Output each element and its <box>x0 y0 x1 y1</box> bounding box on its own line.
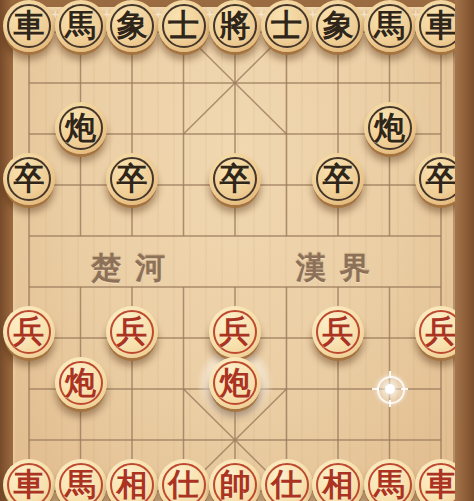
piece-red-cannon[interactable]: 炮 <box>55 357 107 409</box>
piece-glyph: 卒 <box>117 163 148 194</box>
piece-glyph: 兵 <box>220 316 251 347</box>
piece-red-horse[interactable]: 馬 <box>55 459 107 501</box>
piece-glyph: 車 <box>14 469 45 500</box>
piece-glyph: 炮 <box>374 112 405 143</box>
piece-glyph: 士 <box>168 10 199 41</box>
piece-glyph: 仕 <box>271 469 302 500</box>
piece-glyph: 象 <box>323 10 354 41</box>
piece-glyph: 炮 <box>65 112 96 143</box>
piece-red-horse[interactable]: 馬 <box>364 459 416 501</box>
piece-glyph: 車 <box>14 10 45 41</box>
piece-glyph: 將 <box>220 10 251 41</box>
piece-black-soldier[interactable]: 卒 <box>209 153 261 205</box>
piece-red-soldier[interactable]: 兵 <box>209 306 261 358</box>
piece-black-advisor[interactable]: 士 <box>261 0 313 52</box>
piece-glyph: 仕 <box>168 469 199 500</box>
piece-glyph: 相 <box>323 469 354 500</box>
piece-glyph: 象 <box>117 10 148 41</box>
piece-black-horse[interactable]: 馬 <box>364 0 416 52</box>
piece-black-elephant[interactable]: 象 <box>312 0 364 52</box>
piece-black-advisor[interactable]: 士 <box>158 0 210 52</box>
piece-glyph: 士 <box>271 10 302 41</box>
piece-glyph: 馬 <box>374 10 405 41</box>
piece-glyph: 兵 <box>426 316 457 347</box>
piece-red-soldier[interactable]: 兵 <box>415 306 467 358</box>
piece-glyph: 卒 <box>323 163 354 194</box>
piece-black-soldier[interactable]: 卒 <box>415 153 467 205</box>
piece-glyph: 兵 <box>117 316 148 347</box>
piece-glyph: 炮 <box>220 367 251 398</box>
piece-glyph: 馬 <box>374 469 405 500</box>
board-grid <box>0 0 474 501</box>
piece-red-advisor[interactable]: 仕 <box>261 459 313 501</box>
piece-black-cannon[interactable]: 炮 <box>55 102 107 154</box>
piece-glyph: 車 <box>426 469 457 500</box>
piece-glyph: 卒 <box>220 163 251 194</box>
piece-glyph: 炮 <box>65 367 96 398</box>
piece-red-soldier[interactable]: 兵 <box>312 306 364 358</box>
piece-black-chariot[interactable]: 車 <box>415 0 467 52</box>
river-label-left: 楚河 <box>91 249 179 287</box>
piece-black-chariot[interactable]: 車 <box>3 0 55 52</box>
xiangqi-game-screen: 楚河 漢界 車馬象士將士象馬車炮炮卒卒卒卒卒兵兵兵兵兵炮炮車馬相仕帥仕相馬車 <box>0 0 474 501</box>
piece-glyph: 相 <box>117 469 148 500</box>
piece-black-soldier[interactable]: 卒 <box>3 153 55 205</box>
piece-black-soldier[interactable]: 卒 <box>106 153 158 205</box>
piece-glyph: 帥 <box>220 469 251 500</box>
piece-glyph: 馬 <box>65 10 96 41</box>
piece-glyph: 兵 <box>14 316 45 347</box>
piece-glyph: 兵 <box>323 316 354 347</box>
piece-black-soldier[interactable]: 卒 <box>312 153 364 205</box>
piece-glyph: 馬 <box>65 469 96 500</box>
piece-black-cannon[interactable]: 炮 <box>364 102 416 154</box>
piece-red-advisor[interactable]: 仕 <box>158 459 210 501</box>
piece-glyph: 車 <box>426 10 457 41</box>
piece-glyph: 卒 <box>426 163 457 194</box>
piece-red-chariot[interactable]: 車 <box>415 459 467 501</box>
piece-red-cannon[interactable]: 炮 <box>209 357 261 409</box>
river-label-right: 漢界 <box>296 249 384 287</box>
piece-glyph: 卒 <box>14 163 45 194</box>
piece-red-soldier[interactable]: 兵 <box>3 306 55 358</box>
piece-black-horse[interactable]: 馬 <box>55 0 107 52</box>
piece-black-general[interactable]: 將 <box>209 0 261 52</box>
piece-red-soldier[interactable]: 兵 <box>106 306 158 358</box>
piece-black-elephant[interactable]: 象 <box>106 0 158 52</box>
